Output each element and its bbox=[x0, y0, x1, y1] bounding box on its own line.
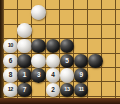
stone-white-move-8[interactable]: 8 bbox=[3, 68, 18, 83]
move-number-label: 5 bbox=[65, 58, 68, 65]
move-number-label: 12 bbox=[8, 87, 13, 93]
move-number-label: 7 bbox=[23, 87, 26, 94]
move-number-label: 8 bbox=[9, 72, 12, 79]
stone-white-move-12[interactable]: 12 bbox=[3, 83, 18, 98]
stone-white[interactable] bbox=[17, 39, 32, 54]
stone-black[interactable] bbox=[88, 54, 103, 69]
grid-line-vertical bbox=[101, 0, 102, 99]
move-number-label: 2 bbox=[51, 87, 54, 94]
grid-line-horizontal bbox=[3, 9, 120, 10]
stone-white-move-10[interactable]: 10 bbox=[3, 39, 18, 54]
go-diagram-screenshot: 10658134912721311 bbox=[0, 0, 120, 104]
stone-black-move-1[interactable]: 1 bbox=[17, 68, 32, 83]
stone-white-move-6[interactable]: 6 bbox=[3, 54, 18, 69]
stone-black[interactable] bbox=[60, 39, 75, 54]
grid-line-vertical bbox=[115, 0, 116, 99]
stone-white[interactable] bbox=[60, 68, 75, 83]
stone-black-move-3[interactable]: 3 bbox=[31, 68, 46, 83]
stone-black-move-9[interactable]: 9 bbox=[74, 68, 89, 83]
move-number-label: 9 bbox=[80, 72, 83, 79]
go-board[interactable]: 10658134912721311 bbox=[0, 0, 120, 104]
stone-white-move-4[interactable]: 4 bbox=[46, 68, 61, 83]
grid-line-vertical bbox=[73, 0, 74, 99]
stone-white[interactable] bbox=[17, 23, 32, 38]
grid-line-horizontal bbox=[3, 53, 120, 54]
stone-white-move-2[interactable]: 2 bbox=[46, 83, 61, 98]
stone-black[interactable] bbox=[31, 39, 46, 54]
move-number-label: 13 bbox=[64, 87, 69, 93]
stone-black-move-7[interactable]: 7 bbox=[17, 83, 32, 98]
move-number-label: 1 bbox=[23, 72, 26, 79]
move-number-label: 6 bbox=[9, 58, 12, 65]
move-number-label: 4 bbox=[51, 72, 54, 79]
stone-black[interactable] bbox=[17, 54, 32, 69]
move-number-label: 3 bbox=[37, 72, 40, 79]
board-bottom-edge bbox=[0, 98, 120, 104]
stone-white[interactable] bbox=[31, 5, 46, 20]
move-number-label: 11 bbox=[79, 87, 84, 93]
grid-line-vertical bbox=[87, 0, 88, 99]
stone-black[interactable] bbox=[46, 39, 61, 54]
stone-white[interactable] bbox=[31, 54, 46, 69]
move-number-label: 10 bbox=[8, 43, 13, 49]
